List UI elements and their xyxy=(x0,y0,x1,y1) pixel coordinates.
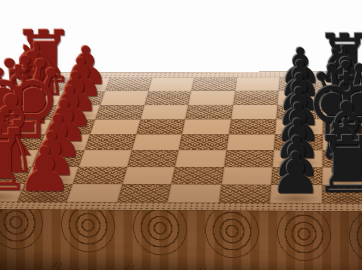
square-a5[interactable] xyxy=(191,77,236,90)
square-a6[interactable] xyxy=(235,77,280,91)
square-f4[interactable] xyxy=(127,150,179,167)
square-e5[interactable] xyxy=(179,134,229,150)
red-pawn[interactable]: ♟ xyxy=(17,140,72,202)
square-e4[interactable] xyxy=(131,134,182,150)
square-a4[interactable] xyxy=(148,78,194,91)
square-f6[interactable] xyxy=(224,150,274,167)
square-d4[interactable] xyxy=(136,119,185,134)
square-g5[interactable] xyxy=(171,167,223,185)
chess-set-photo: ♜♟♟♜♞♟♟♞♝♟♟♝♛♟♟♛♚♟♟♚♝♟♟♝♞♟♟♞♜♟♟♜ xyxy=(0,0,362,270)
square-b6[interactable] xyxy=(233,91,279,105)
square-b5[interactable] xyxy=(188,91,234,105)
square-d6[interactable] xyxy=(228,119,276,134)
square-b4[interactable] xyxy=(144,91,191,105)
square-d5[interactable] xyxy=(182,119,231,134)
square-c4[interactable] xyxy=(140,105,188,120)
square-g6[interactable] xyxy=(221,167,273,185)
square-h4[interactable] xyxy=(117,184,172,202)
square-c5[interactable] xyxy=(185,105,233,120)
square-c6[interactable] xyxy=(231,105,278,120)
square-h6[interactable] xyxy=(218,184,271,203)
black-rook[interactable]: ♜ xyxy=(312,126,362,204)
square-f5[interactable] xyxy=(175,150,226,167)
square-e6[interactable] xyxy=(226,134,275,150)
square-h5[interactable] xyxy=(167,184,221,202)
square-g4[interactable] xyxy=(122,167,175,184)
square-a3[interactable] xyxy=(105,78,152,91)
